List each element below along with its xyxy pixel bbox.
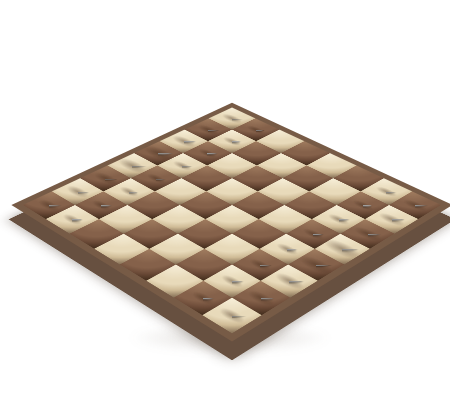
chrome-base-ring	[63, 216, 82, 220]
chessboard-scene: ♜♟♞♟♝♟♚♟♛♟♝♟♟♞♜♟♟♜♞♟♟♝♟♚♟♛♟♝♟♞♟♜	[0, 0, 450, 412]
piece-white-pawn[interactable]: ♟	[56, 182, 89, 219]
chrome-base-ring	[147, 175, 165, 179]
pawn-glyph: ♟	[112, 155, 146, 192]
pawn-glyph: ♟	[84, 168, 118, 205]
pawn-glyph: ♟	[56, 182, 89, 219]
rook-glyph: ♜	[210, 268, 254, 317]
product-photo: ♜♟♞♟♝♟♚♟♛♟♝♟♟♞♜♟♟♜♞♟♟♝♟♚♟♛♟♝♟♞♟♜	[0, 0, 450, 412]
chrome-base-ring	[223, 138, 240, 142]
chessboard: ♜♟♞♟♝♟♚♟♛♟♝♟♟♞♜♟♟♜♞♟♟♝♟♚♟♛♟♝♟♞♟♜	[11, 103, 450, 342]
piece-black-rook[interactable]: ♜	[210, 268, 254, 317]
chrome-base-ring	[247, 126, 264, 130]
chrome-base-ring	[119, 188, 138, 193]
piece-white-pawn[interactable]: ♟	[112, 155, 146, 192]
chrome-base-ring	[92, 201, 111, 206]
piece-white-pawn[interactable]: ♟	[84, 168, 118, 205]
chrome-base-ring	[192, 294, 213, 299]
chrome-base-ring	[174, 162, 192, 166]
